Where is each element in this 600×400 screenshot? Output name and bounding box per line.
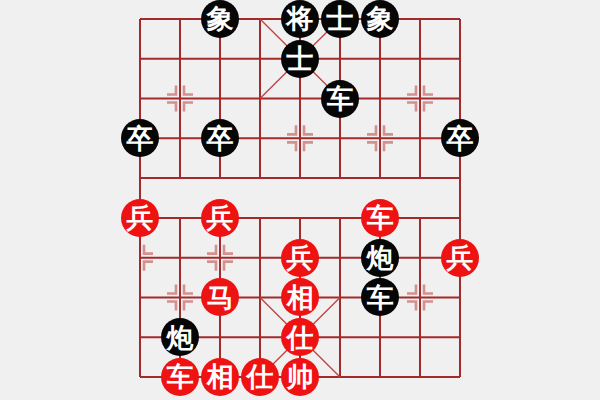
piece-black-chariot[interactable]: 车 <box>321 80 359 118</box>
xiangqi-screenshot: 象将士象士车卒卒卒兵兵车兵炮兵马相车炮仕车相仕帅 <box>0 0 600 400</box>
piece-red-advisor[interactable]: 仕 <box>281 318 319 356</box>
piece-black-cannon[interactable]: 炮 <box>161 318 199 356</box>
piece-black-chariot[interactable]: 车 <box>361 278 399 316</box>
piece-black-soldier[interactable]: 卒 <box>201 119 239 157</box>
piece-black-cannon[interactable]: 炮 <box>361 239 399 277</box>
xiangqi-board[interactable]: 象将士象士车卒卒卒兵兵车兵炮兵马相车炮仕车相仕帅 <box>120 0 480 397</box>
piece-red-horse[interactable]: 马 <box>201 278 239 316</box>
piece-red-elephant[interactable]: 相 <box>281 278 319 316</box>
piece-black-soldier[interactable]: 卒 <box>441 119 479 157</box>
piece-red-soldier[interactable]: 兵 <box>441 239 479 277</box>
piece-red-chariot[interactable]: 车 <box>161 358 199 396</box>
piece-red-soldier[interactable]: 兵 <box>121 199 159 237</box>
piece-red-chariot[interactable]: 车 <box>361 199 399 237</box>
piece-red-general[interactable]: 帅 <box>281 358 319 396</box>
piece-black-advisor[interactable]: 士 <box>281 40 319 78</box>
piece-black-general[interactable]: 将 <box>281 0 319 38</box>
piece-black-elephant[interactable]: 象 <box>361 0 399 38</box>
piece-black-advisor[interactable]: 士 <box>321 0 359 38</box>
piece-black-elephant[interactable]: 象 <box>201 0 239 38</box>
piece-red-soldier[interactable]: 兵 <box>281 239 319 277</box>
piece-red-soldier[interactable]: 兵 <box>201 199 239 237</box>
piece-red-elephant[interactable]: 相 <box>201 358 239 396</box>
piece-black-soldier[interactable]: 卒 <box>121 119 159 157</box>
piece-red-advisor[interactable]: 仕 <box>241 358 279 396</box>
